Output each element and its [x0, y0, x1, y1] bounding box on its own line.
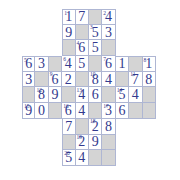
blocked-cell-r7c6: [89, 103, 102, 119]
solution-digit: 7: [76, 10, 88, 24]
solution-digit: 2: [89, 119, 101, 134]
blocked-cell-r7c3: [49, 103, 62, 119]
solution-digit: 5: [63, 150, 74, 165]
cell-r1c4[interactable]: 11: [62, 9, 75, 25]
blocked-cell-r9c7: [102, 135, 115, 151]
solution-digit: 9: [89, 135, 101, 150]
solution-digit: 6: [23, 57, 34, 71]
solution-digit: 0: [35, 103, 47, 118]
solution-digit: 5: [76, 56, 88, 71]
solution-digit: 3: [35, 57, 47, 71]
solution-digit: 3: [102, 103, 114, 118]
cell-r4c8[interactable]: 1: [116, 56, 129, 72]
cell-r4c1[interactable]: 56: [22, 56, 35, 72]
cell-r5c3[interactable]: 96: [49, 72, 62, 88]
blocked-cell-r10c6: [89, 150, 102, 166]
solution-digit: 6: [116, 103, 128, 118]
cell-r5c9[interactable]: 117: [129, 72, 142, 88]
solution-digit: 6: [49, 72, 61, 87]
solution-digit: 7: [129, 72, 141, 87]
solution-digit: 2: [76, 135, 88, 150]
cell-r6c5[interactable]: 134: [76, 87, 89, 103]
solution-digit: 6: [76, 40, 88, 55]
cell-r3c5[interactable]: 46: [76, 40, 89, 56]
solution-digit: 8: [35, 87, 47, 102]
solution-digit: 3: [23, 72, 34, 87]
solution-digit: 8: [143, 72, 155, 87]
blocked-cell-r6c1: [22, 87, 35, 103]
solution-digit: 1: [116, 57, 128, 71]
cell-r7c1[interactable]: 159: [22, 103, 35, 119]
blocked-cell-r1c6: [89, 9, 102, 25]
blocked-cell-r2c5: [76, 25, 89, 41]
cell-r7c8[interactable]: 6: [116, 103, 129, 119]
blocked-cell-r4c6: [89, 56, 102, 72]
solution-digit: 4: [102, 72, 114, 87]
cell-r1c7[interactable]: 24: [102, 9, 115, 25]
solution-digit: 5: [116, 87, 128, 102]
blocked-cell-r3c7: [102, 40, 115, 56]
solution-digit: 9: [49, 87, 61, 102]
cell-r4c10[interactable]: 81: [143, 56, 156, 72]
cell-r8c7[interactable]: 8: [102, 119, 115, 135]
blocked-cell-r4c3: [49, 56, 62, 72]
blocked-cell-r9c4: [62, 135, 75, 151]
blocked-cell-r8c5: [76, 119, 89, 135]
solution-digit: 6: [89, 87, 101, 102]
blocked-cell-r6c4: [62, 87, 75, 103]
cell-r2c4[interactable]: 9: [62, 25, 75, 41]
cell-r6c6[interactable]: 6: [89, 87, 102, 103]
solution-digit: 1: [143, 57, 155, 71]
cell-r2c6[interactable]: 35: [89, 25, 102, 41]
solution-digit: 1: [63, 10, 74, 24]
cell-r2c7[interactable]: 3: [102, 25, 115, 41]
solution-digit: 4: [102, 10, 114, 24]
solution-digit: 9: [63, 25, 74, 40]
blocked-cell-r7c9: [129, 103, 142, 119]
cell-r7c4[interactable]: 166: [62, 103, 75, 119]
solution-digit: 7: [63, 119, 74, 134]
solution-digit: 4: [62, 56, 74, 71]
puzzle-grid: 1172493534655636457618139621084117812891…: [22, 9, 156, 166]
cell-r6c9[interactable]: 4: [129, 87, 142, 103]
cell-r8c6[interactable]: 182: [89, 119, 102, 135]
solution-digit: 4: [76, 103, 88, 118]
solution-digit: 2: [62, 72, 74, 87]
cell-r6c8[interactable]: 145: [116, 87, 129, 103]
solution-digit: 5: [89, 40, 101, 55]
cell-r8c4[interactable]: 7: [62, 119, 75, 135]
cell-r5c10[interactable]: 8: [143, 72, 156, 88]
blocked-cell-r7c10: [143, 103, 156, 119]
blocked-cell-r5c5: [76, 72, 89, 88]
blocked-cell-r6c10: [143, 87, 156, 103]
solution-digit: 5: [89, 25, 101, 40]
cell-r9c5[interactable]: 192: [76, 135, 89, 151]
solution-digit: 4: [76, 87, 88, 102]
cell-r5c7[interactable]: 4: [102, 72, 115, 88]
cell-r10c5[interactable]: 4: [76, 150, 89, 166]
cell-r9c6[interactable]: 9: [89, 135, 102, 151]
cell-r4c7[interactable]: 76: [102, 56, 115, 72]
solution-digit: 4: [76, 150, 88, 165]
cell-r1c5[interactable]: 7: [76, 9, 89, 25]
blocked-cell-r5c2: [35, 72, 48, 88]
solution-digit: 3: [102, 25, 114, 40]
blocked-cell-r6c7: [102, 87, 115, 103]
solution-digit: 4: [129, 87, 141, 102]
cell-r5c4[interactable]: 2: [62, 72, 75, 88]
solution-digit: 9: [23, 103, 34, 118]
cell-r3c6[interactable]: 5: [89, 40, 102, 56]
blocked-cell-r3c4: [62, 40, 75, 56]
solution-digit: 6: [102, 56, 114, 71]
puzzle-canvas: 1172493534655636457618139621084117812891…: [0, 0, 180, 180]
cell-r4c5[interactable]: 5: [76, 56, 89, 72]
cell-r7c5[interactable]: 4: [76, 103, 89, 119]
cell-r4c2[interactable]: 3: [35, 56, 48, 72]
cell-r5c6[interactable]: 108: [89, 72, 102, 88]
solution-digit: 8: [89, 72, 101, 87]
cell-r4c4[interactable]: 64: [62, 56, 75, 72]
cell-r7c7[interactable]: 173: [102, 103, 115, 119]
cell-r10c4[interactable]: 205: [62, 150, 75, 166]
cell-r6c3[interactable]: 9: [49, 87, 62, 103]
blocked-cell-r4c9: [129, 56, 142, 72]
blocked-cell-r5c8: [116, 72, 129, 88]
cell-r5c1[interactable]: 3: [22, 72, 35, 88]
solution-digit: 8: [102, 119, 114, 134]
cell-r6c2[interactable]: 128: [35, 87, 48, 103]
solution-digit: 6: [62, 103, 74, 118]
cell-r7c2[interactable]: 0: [35, 103, 48, 119]
blocked-cell-r10c7: [102, 150, 115, 166]
